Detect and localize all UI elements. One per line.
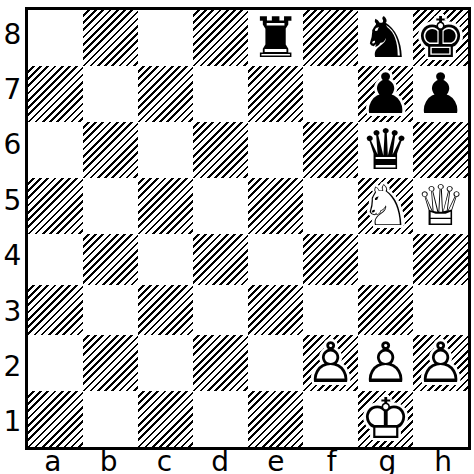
square-f3[interactable] (303, 285, 358, 336)
file-label-e: e (248, 449, 304, 474)
square-a1[interactable] (28, 391, 83, 447)
square-a3[interactable] (28, 285, 83, 336)
square-d4[interactable] (193, 234, 248, 285)
piece-glyph: ♙ (415, 335, 465, 391)
square-g8[interactable]: ♞♞ (358, 10, 413, 66)
square-d5[interactable] (193, 178, 248, 234)
piece-glyph: ♕ (415, 178, 465, 234)
square-d7[interactable] (193, 66, 248, 122)
square-c2[interactable] (138, 335, 193, 391)
black-king-h8[interactable]: ♚♚ (413, 10, 468, 66)
file-label-f: f (304, 449, 360, 474)
piece-halo: ♛ (415, 178, 465, 234)
piece-halo: ♟︎ (360, 66, 410, 122)
rank-label-8: 8 (0, 7, 25, 62)
square-e2[interactable] (248, 335, 303, 391)
square-h8[interactable]: ♚♚ (413, 10, 468, 66)
piece-halo: ♟︎ (360, 335, 410, 391)
square-e1[interactable] (248, 391, 303, 447)
square-g4[interactable] (358, 234, 413, 285)
square-f7[interactable] (303, 66, 358, 122)
square-g1[interactable]: ♚♔ (358, 391, 413, 447)
square-f4[interactable] (303, 234, 358, 285)
square-h2[interactable]: ♟︎♙ (413, 335, 468, 391)
file-label-c: c (137, 449, 193, 474)
square-c4[interactable] (138, 234, 193, 285)
square-f1[interactable] (303, 391, 358, 447)
square-a5[interactable] (28, 178, 83, 234)
rank-label-1: 1 (0, 395, 25, 450)
square-d6[interactable] (193, 122, 248, 178)
piece-glyph: ♜ (250, 10, 300, 66)
piece-halo: ♚ (360, 391, 410, 447)
square-d3[interactable] (193, 285, 248, 336)
square-g3[interactable] (358, 285, 413, 336)
square-h3[interactable] (413, 285, 468, 336)
square-e3[interactable] (248, 285, 303, 336)
square-c5[interactable] (138, 178, 193, 234)
piece-glyph: ♟︎ (415, 66, 465, 122)
square-g5[interactable]: ♞♘ (358, 178, 413, 234)
white-pawn-f2[interactable]: ♟︎♙ (303, 335, 358, 391)
piece-halo: ♟︎ (305, 335, 355, 391)
square-g2[interactable]: ♟︎♙ (358, 335, 413, 391)
square-b4[interactable] (83, 234, 138, 285)
piece-halo: ♚ (415, 10, 465, 66)
rank-label-6: 6 (0, 118, 25, 173)
black-knight-g8[interactable]: ♞♞ (358, 10, 413, 66)
square-b7[interactable] (83, 66, 138, 122)
square-e5[interactable] (248, 178, 303, 234)
piece-glyph: ♚ (415, 10, 465, 66)
square-b3[interactable] (83, 285, 138, 336)
black-rook-e8[interactable]: ♜♜ (248, 10, 303, 66)
piece-glyph: ♙ (360, 335, 410, 391)
piece-halo: ♛ (360, 122, 410, 178)
black-pawn-h7[interactable]: ♟︎♟︎ (413, 66, 468, 122)
white-pawn-g2[interactable]: ♟︎♙ (358, 335, 413, 391)
black-pawn-g7[interactable]: ♟︎♟︎ (358, 66, 413, 122)
piece-halo: ♟︎ (415, 66, 465, 122)
square-c3[interactable] (138, 285, 193, 336)
square-f6[interactable] (303, 122, 358, 178)
square-f2[interactable]: ♟︎♙ (303, 335, 358, 391)
white-queen-h5[interactable]: ♛♕ (413, 178, 468, 234)
square-b8[interactable] (83, 10, 138, 66)
white-king-g1[interactable]: ♚♔ (358, 391, 413, 447)
square-f5[interactable] (303, 178, 358, 234)
rank-labels: 87654321 (0, 7, 25, 450)
square-c8[interactable] (138, 10, 193, 66)
piece-glyph: ♟︎ (360, 66, 410, 122)
black-queen-g6[interactable]: ♛♛ (358, 122, 413, 178)
square-h7[interactable]: ♟︎♟︎ (413, 66, 468, 122)
square-b6[interactable] (83, 122, 138, 178)
square-e8[interactable]: ♜♜ (248, 10, 303, 66)
file-label-g: g (360, 449, 416, 474)
square-g7[interactable]: ♟︎♟︎ (358, 66, 413, 122)
square-g6[interactable]: ♛♛ (358, 122, 413, 178)
square-h5[interactable]: ♛♕ (413, 178, 468, 234)
square-h4[interactable] (413, 234, 468, 285)
chess-board[interactable]: ♜♜♞♞♚♚♟︎♟︎♟︎♟︎♛♛♞♘♛♕♟︎♙♟︎♙♟︎♙♚♔ (25, 7, 471, 450)
square-b5[interactable] (83, 178, 138, 234)
file-label-d: d (192, 449, 248, 474)
square-e4[interactable] (248, 234, 303, 285)
square-e7[interactable] (248, 66, 303, 122)
chess-diagram: 87654321 ♜♜♞♞♚♚♟︎♟︎♟︎♟︎♛♛♞♘♛♕♟︎♙♟︎♙♟︎♙♚♔… (0, 0, 474, 474)
rank-label-5: 5 (0, 173, 25, 228)
piece-halo: ♟︎ (415, 335, 465, 391)
file-labels: abcdefgh (25, 449, 471, 474)
rank-label-4: 4 (0, 229, 25, 284)
square-c1[interactable] (138, 391, 193, 447)
rank-label-3: 3 (0, 284, 25, 339)
file-label-b: b (81, 449, 137, 474)
rank-label-2: 2 (0, 339, 25, 394)
rank-label-7: 7 (0, 62, 25, 117)
square-h6[interactable] (413, 122, 468, 178)
square-a2[interactable] (28, 335, 83, 391)
square-d1[interactable] (193, 391, 248, 447)
file-label-a: a (25, 449, 81, 474)
square-a6[interactable] (28, 122, 83, 178)
square-b1[interactable] (83, 391, 138, 447)
piece-glyph: ♛ (360, 122, 410, 178)
square-d8[interactable] (193, 10, 248, 66)
piece-halo: ♞ (360, 10, 410, 66)
piece-glyph: ♘ (360, 178, 410, 234)
square-c7[interactable] (138, 66, 193, 122)
square-c6[interactable] (138, 122, 193, 178)
piece-halo: ♜ (250, 10, 300, 66)
piece-glyph: ♙ (305, 335, 355, 391)
piece-glyph: ♔ (360, 391, 410, 447)
square-f8[interactable] (303, 10, 358, 66)
square-d2[interactable] (193, 335, 248, 391)
piece-halo: ♞ (360, 178, 410, 234)
file-label-h: h (415, 449, 471, 474)
square-a7[interactable] (28, 66, 83, 122)
white-pawn-h2[interactable]: ♟︎♙ (413, 335, 468, 391)
square-a4[interactable] (28, 234, 83, 285)
square-h1[interactable] (413, 391, 468, 447)
piece-glyph: ♞ (360, 10, 410, 66)
square-e6[interactable] (248, 122, 303, 178)
square-a8[interactable] (28, 10, 83, 66)
square-b2[interactable] (83, 335, 138, 391)
white-knight-g5[interactable]: ♞♘ (358, 178, 413, 234)
